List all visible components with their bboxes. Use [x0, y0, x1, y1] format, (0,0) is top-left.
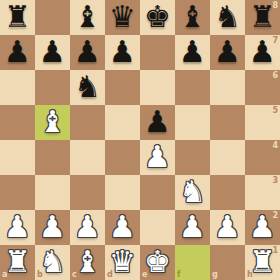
piece-black-king[interactable]: ♚	[144, 0, 171, 34]
square-a4[interactable]	[0, 140, 35, 175]
piece-black-knight[interactable]: ♞	[214, 0, 241, 34]
square-d1[interactable]: ♛d	[105, 245, 140, 280]
rank-label-6: 6	[272, 72, 278, 80]
square-f4[interactable]	[175, 140, 210, 175]
square-g8[interactable]: ♞	[210, 0, 245, 35]
rank-label-4: 4	[272, 142, 278, 150]
piece-black-pawn[interactable]: ♟	[144, 104, 171, 139]
piece-black-pawn[interactable]: ♟	[39, 34, 66, 69]
square-f8[interactable]: ♝	[175, 0, 210, 35]
square-a2[interactable]: ♟	[0, 210, 35, 245]
square-c5[interactable]	[70, 105, 105, 140]
chess-board: ♜♝♛♚♝♞♜8♟♟♟♟♟♟♟7♞6♝♟5♟4♞3♟♟♟♟♟♟♟2♜a♞b♝c♛…	[0, 0, 280, 280]
square-h6[interactable]: 6	[245, 70, 280, 105]
square-d7[interactable]: ♟	[105, 35, 140, 70]
piece-black-bishop[interactable]: ♝	[179, 0, 206, 34]
square-g1[interactable]: g	[210, 245, 245, 280]
piece-white-pawn[interactable]: ♟	[144, 139, 171, 174]
piece-white-pawn[interactable]: ♟	[39, 209, 66, 244]
square-e1[interactable]: ♚e	[140, 245, 175, 280]
square-f2[interactable]: ♟	[175, 210, 210, 245]
piece-white-queen[interactable]: ♛	[109, 244, 136, 279]
square-d3[interactable]	[105, 175, 140, 210]
square-g2[interactable]: ♟	[210, 210, 245, 245]
piece-black-pawn[interactable]: ♟	[179, 34, 206, 69]
piece-black-rook[interactable]: ♜	[4, 0, 31, 34]
square-d5[interactable]	[105, 105, 140, 140]
piece-white-bishop[interactable]: ♝	[74, 244, 101, 279]
file-label-g: g	[212, 271, 218, 279]
square-c3[interactable]	[70, 175, 105, 210]
file-label-e: e	[142, 271, 147, 279]
square-e2[interactable]	[140, 210, 175, 245]
square-d2[interactable]: ♟	[105, 210, 140, 245]
square-h5[interactable]: 5	[245, 105, 280, 140]
square-h7[interactable]: ♟7	[245, 35, 280, 70]
square-g5[interactable]	[210, 105, 245, 140]
square-h2[interactable]: ♟2	[245, 210, 280, 245]
square-f1[interactable]: f	[175, 245, 210, 280]
square-d4[interactable]	[105, 140, 140, 175]
piece-white-knight[interactable]: ♞	[39, 244, 66, 279]
square-b2[interactable]: ♟	[35, 210, 70, 245]
piece-white-pawn[interactable]: ♟	[109, 209, 136, 244]
square-c4[interactable]	[70, 140, 105, 175]
square-c8[interactable]: ♝	[70, 0, 105, 35]
square-g3[interactable]	[210, 175, 245, 210]
piece-white-bishop[interactable]: ♝	[39, 104, 66, 139]
square-e7[interactable]	[140, 35, 175, 70]
piece-white-king[interactable]: ♚	[144, 244, 171, 279]
square-d8[interactable]: ♛	[105, 0, 140, 35]
rank-label-8: 8	[272, 2, 278, 10]
file-label-c: c	[72, 271, 77, 279]
rank-label-1: 1	[272, 247, 278, 255]
square-a8[interactable]: ♜	[0, 0, 35, 35]
square-c7[interactable]: ♟	[70, 35, 105, 70]
square-g6[interactable]	[210, 70, 245, 105]
piece-black-bishop[interactable]: ♝	[74, 0, 101, 34]
square-e5[interactable]: ♟	[140, 105, 175, 140]
square-e4[interactable]: ♟	[140, 140, 175, 175]
rank-label-3: 3	[272, 177, 278, 185]
square-b8[interactable]	[35, 0, 70, 35]
piece-black-queen[interactable]: ♛	[109, 0, 136, 34]
square-a3[interactable]	[0, 175, 35, 210]
file-label-a: a	[2, 271, 7, 279]
square-a6[interactable]	[0, 70, 35, 105]
square-a1[interactable]: ♜a	[0, 245, 35, 280]
file-label-d: d	[107, 271, 113, 279]
piece-white-pawn[interactable]: ♟	[4, 209, 31, 244]
square-f7[interactable]: ♟	[175, 35, 210, 70]
square-e3[interactable]	[140, 175, 175, 210]
square-c1[interactable]: ♝c	[70, 245, 105, 280]
piece-white-pawn[interactable]: ♟	[74, 209, 101, 244]
square-b5[interactable]: ♝	[35, 105, 70, 140]
square-f3[interactable]: ♞	[175, 175, 210, 210]
square-g4[interactable]	[210, 140, 245, 175]
piece-white-pawn[interactable]: ♟	[179, 209, 206, 244]
piece-white-knight[interactable]: ♞	[179, 174, 206, 209]
square-d6[interactable]	[105, 70, 140, 105]
file-label-b: b	[37, 271, 43, 279]
square-c2[interactable]: ♟	[70, 210, 105, 245]
square-b3[interactable]	[35, 175, 70, 210]
square-f6[interactable]	[175, 70, 210, 105]
piece-black-knight[interactable]: ♞	[74, 69, 101, 104]
file-label-f: f	[177, 271, 180, 279]
file-label-h: h	[247, 271, 253, 279]
square-e6[interactable]	[140, 70, 175, 105]
rank-label-7: 7	[272, 37, 278, 45]
square-b1[interactable]: ♞b	[35, 245, 70, 280]
piece-white-rook[interactable]: ♜	[4, 244, 31, 279]
square-e8[interactable]: ♚	[140, 0, 175, 35]
piece-white-pawn[interactable]: ♟	[214, 209, 241, 244]
square-b4[interactable]	[35, 140, 70, 175]
piece-black-pawn[interactable]: ♟	[4, 34, 31, 69]
rank-label-5: 5	[272, 107, 278, 115]
square-h4[interactable]: 4	[245, 140, 280, 175]
square-f5[interactable]	[175, 105, 210, 140]
square-b6[interactable]	[35, 70, 70, 105]
square-g7[interactable]: ♟	[210, 35, 245, 70]
square-b7[interactable]: ♟	[35, 35, 70, 70]
square-h8[interactable]: ♜8	[245, 0, 280, 35]
piece-black-pawn[interactable]: ♟	[214, 34, 241, 69]
piece-black-pawn[interactable]: ♟	[74, 34, 101, 69]
square-h3[interactable]: 3	[245, 175, 280, 210]
square-a7[interactable]: ♟	[0, 35, 35, 70]
piece-black-pawn[interactable]: ♟	[109, 34, 136, 69]
square-h1[interactable]: ♜1h	[245, 245, 280, 280]
rank-label-2: 2	[272, 212, 278, 220]
square-c6[interactable]: ♞	[70, 70, 105, 105]
square-a5[interactable]	[0, 105, 35, 140]
